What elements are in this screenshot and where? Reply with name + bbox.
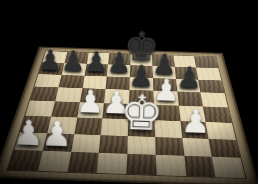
square-f1[interactable] bbox=[156, 155, 186, 176]
square-e2[interactable] bbox=[127, 136, 155, 155]
square-f2[interactable] bbox=[155, 137, 184, 156]
square-a5[interactable] bbox=[30, 87, 58, 102]
square-d7[interactable]: ♟ bbox=[107, 64, 130, 77]
chess-3d-scene: ♚♟♟♟♟♟♟♟♟♟♟♚♟♟♟ bbox=[0, 0, 258, 184]
piece-white-pawn[interactable]: ♟ bbox=[181, 106, 211, 138]
square-c2[interactable] bbox=[71, 134, 101, 153]
piece-white-pawn[interactable]: ♟ bbox=[41, 118, 73, 152]
square-c4[interactable]: ♟ bbox=[77, 102, 104, 118]
piece-white-king[interactable]: ♚ bbox=[120, 89, 165, 136]
square-h2[interactable] bbox=[209, 139, 241, 158]
chess-app-viewport: ♚♟♟♟♟♟♟♟♟♟♟♚♟♟♟ bbox=[0, 0, 258, 184]
board-tilt-group: ♚♟♟♟♟♟♟♟♟♟♟♚♟♟♟ bbox=[6, 51, 246, 179]
square-c7[interactable]: ♟ bbox=[84, 64, 108, 77]
piece-black-pawn[interactable]: ♟ bbox=[61, 48, 87, 75]
piece-white-pawn[interactable]: ♟ bbox=[76, 87, 105, 118]
square-g1[interactable] bbox=[184, 156, 216, 177]
square-d1[interactable] bbox=[97, 153, 127, 174]
piece-black-pawn[interactable]: ♟ bbox=[83, 49, 109, 76]
piece-white-pawn[interactable]: ♟ bbox=[13, 117, 45, 151]
chess-board[interactable]: ♚♟♟♟♟♟♟♟♟♟♟♚♟♟♟ bbox=[6, 51, 246, 179]
square-e3[interactable]: ♚ bbox=[128, 119, 155, 137]
square-g2[interactable] bbox=[182, 138, 212, 157]
square-g3[interactable]: ♟ bbox=[180, 121, 209, 139]
square-b1[interactable] bbox=[37, 151, 70, 172]
square-e1[interactable] bbox=[127, 154, 157, 175]
square-c1[interactable] bbox=[67, 152, 99, 173]
square-b2[interactable]: ♟ bbox=[42, 133, 73, 152]
square-d2[interactable] bbox=[99, 135, 128, 154]
square-h1[interactable] bbox=[212, 157, 245, 178]
